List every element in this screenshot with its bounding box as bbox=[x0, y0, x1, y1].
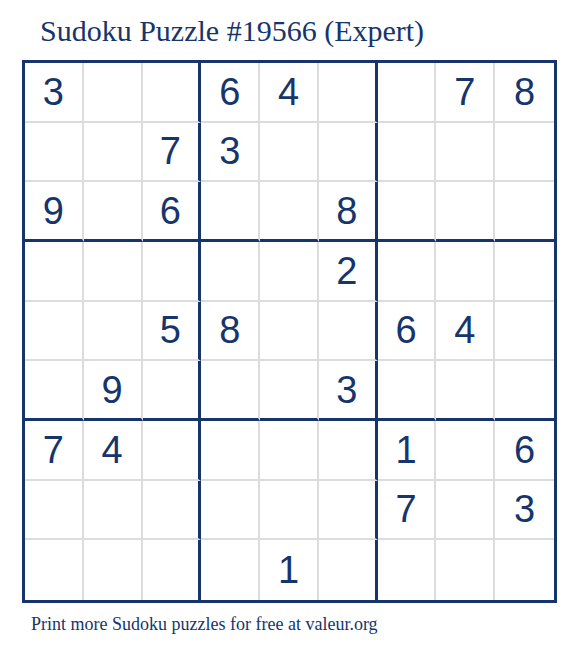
sudoku-cell-r8c7[interactable]: 7 bbox=[378, 481, 437, 541]
sudoku-cell-r6c8[interactable] bbox=[436, 361, 495, 421]
sudoku-cell-r8c4[interactable] bbox=[201, 481, 260, 541]
sudoku-cell-r9c8[interactable] bbox=[436, 540, 495, 600]
sudoku-cell-r6c5[interactable] bbox=[260, 361, 319, 421]
sudoku-cell-r1c9[interactable]: 8 bbox=[495, 63, 554, 123]
sudoku-cell-r3c8[interactable] bbox=[436, 182, 495, 242]
sudoku-cell-r7c9[interactable]: 6 bbox=[495, 421, 554, 481]
sudoku-cell-r1c4[interactable]: 6 bbox=[201, 63, 260, 123]
sudoku-cell-r1c2[interactable] bbox=[84, 63, 143, 123]
sudoku-cell-r6c3[interactable] bbox=[143, 361, 202, 421]
sudoku-cell-r3c6[interactable]: 8 bbox=[319, 182, 378, 242]
sudoku-cell-r9c4[interactable] bbox=[201, 540, 260, 600]
sudoku-cell-r8c2[interactable] bbox=[84, 481, 143, 541]
sudoku-cell-r1c7[interactable] bbox=[378, 63, 437, 123]
sudoku-cell-r7c6[interactable] bbox=[319, 421, 378, 481]
sudoku-cell-r7c7[interactable]: 1 bbox=[378, 421, 437, 481]
sudoku-cell-r5c3[interactable]: 5 bbox=[143, 302, 202, 362]
sudoku-cell-r8c5[interactable] bbox=[260, 481, 319, 541]
sudoku-cell-r1c6[interactable] bbox=[319, 63, 378, 123]
sudoku-cell-r5c5[interactable] bbox=[260, 302, 319, 362]
sudoku-cell-r5c4[interactable]: 8 bbox=[201, 302, 260, 362]
sudoku-cell-r7c1[interactable]: 7 bbox=[25, 421, 84, 481]
sudoku-cell-r5c1[interactable] bbox=[25, 302, 84, 362]
sudoku-cell-r5c9[interactable] bbox=[495, 302, 554, 362]
sudoku-cell-r9c5[interactable]: 1 bbox=[260, 540, 319, 600]
sudoku-cell-r6c6[interactable]: 3 bbox=[319, 361, 378, 421]
sudoku-cell-r4c1[interactable] bbox=[25, 242, 84, 302]
sudoku-cell-r1c1[interactable]: 3 bbox=[25, 63, 84, 123]
sudoku-cell-r7c3[interactable] bbox=[143, 421, 202, 481]
sudoku-cell-r7c2[interactable]: 4 bbox=[84, 421, 143, 481]
sudoku-cell-r4c9[interactable] bbox=[495, 242, 554, 302]
sudoku-cell-r2c2[interactable] bbox=[84, 123, 143, 183]
sudoku-cell-r3c9[interactable] bbox=[495, 182, 554, 242]
sudoku-cell-r9c2[interactable] bbox=[84, 540, 143, 600]
sudoku-cell-r2c5[interactable] bbox=[260, 123, 319, 183]
sudoku-cell-r6c9[interactable] bbox=[495, 361, 554, 421]
sudoku-cell-r5c6[interactable] bbox=[319, 302, 378, 362]
sudoku-cell-r3c2[interactable] bbox=[84, 182, 143, 242]
sudoku-cell-r9c9[interactable] bbox=[495, 540, 554, 600]
sudoku-cell-r5c7[interactable]: 6 bbox=[378, 302, 437, 362]
sudoku-cell-r3c4[interactable] bbox=[201, 182, 260, 242]
sudoku-cell-r4c7[interactable] bbox=[378, 242, 437, 302]
sudoku-cell-r9c1[interactable] bbox=[25, 540, 84, 600]
sudoku-cell-r4c2[interactable] bbox=[84, 242, 143, 302]
footer-text: Print more Sudoku puzzles for free at va… bbox=[31, 614, 378, 635]
sudoku-cell-r3c3[interactable]: 6 bbox=[143, 182, 202, 242]
sudoku-cell-r2c3[interactable]: 7 bbox=[143, 123, 202, 183]
sudoku-cell-r3c7[interactable] bbox=[378, 182, 437, 242]
sudoku-cell-r8c6[interactable] bbox=[319, 481, 378, 541]
sudoku-cell-r2c7[interactable] bbox=[378, 123, 437, 183]
sudoku-cell-r2c4[interactable]: 3 bbox=[201, 123, 260, 183]
sudoku-board: 364787396825864937416731 bbox=[22, 60, 557, 603]
sudoku-cell-r9c6[interactable] bbox=[319, 540, 378, 600]
sudoku-cell-r2c9[interactable] bbox=[495, 123, 554, 183]
sudoku-cell-r2c1[interactable] bbox=[25, 123, 84, 183]
sudoku-cell-r6c1[interactable] bbox=[25, 361, 84, 421]
sudoku-cell-r6c2[interactable]: 9 bbox=[84, 361, 143, 421]
sudoku-cell-r8c9[interactable]: 3 bbox=[495, 481, 554, 541]
sudoku-cell-r1c8[interactable]: 7 bbox=[436, 63, 495, 123]
sudoku-cell-r1c5[interactable]: 4 bbox=[260, 63, 319, 123]
sudoku-cell-r4c5[interactable] bbox=[260, 242, 319, 302]
sudoku-cell-r2c8[interactable] bbox=[436, 123, 495, 183]
sudoku-cell-r8c1[interactable] bbox=[25, 481, 84, 541]
sudoku-cell-r2c6[interactable] bbox=[319, 123, 378, 183]
sudoku-cell-r8c3[interactable] bbox=[143, 481, 202, 541]
sudoku-cell-r5c2[interactable] bbox=[84, 302, 143, 362]
sudoku-cell-r4c4[interactable] bbox=[201, 242, 260, 302]
sudoku-cell-r6c7[interactable] bbox=[378, 361, 437, 421]
sudoku-cell-r1c3[interactable] bbox=[143, 63, 202, 123]
sudoku-cell-r4c8[interactable] bbox=[436, 242, 495, 302]
sudoku-cell-r4c6[interactable]: 2 bbox=[319, 242, 378, 302]
sudoku-cell-r7c8[interactable] bbox=[436, 421, 495, 481]
sudoku-cell-r9c3[interactable] bbox=[143, 540, 202, 600]
sudoku-cell-r8c8[interactable] bbox=[436, 481, 495, 541]
sudoku-cell-r3c1[interactable]: 9 bbox=[25, 182, 84, 242]
sudoku-cell-r7c4[interactable] bbox=[201, 421, 260, 481]
sudoku-cell-r6c4[interactable] bbox=[201, 361, 260, 421]
sudoku-cell-r4c3[interactable] bbox=[143, 242, 202, 302]
page-title: Sudoku Puzzle #19566 (Expert) bbox=[40, 14, 424, 48]
sudoku-cell-r3c5[interactable] bbox=[260, 182, 319, 242]
sudoku-cell-r5c8[interactable]: 4 bbox=[436, 302, 495, 362]
sudoku-cell-r7c5[interactable] bbox=[260, 421, 319, 481]
sudoku-cell-r9c7[interactable] bbox=[378, 540, 437, 600]
